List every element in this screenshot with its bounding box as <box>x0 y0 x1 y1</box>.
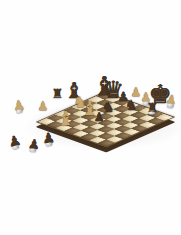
dark-rook: ♜ <box>51 88 63 100</box>
light-bishop: ♝ <box>57 110 74 127</box>
bishop-glyph: ♝ <box>92 75 115 99</box>
knight-glyph: ♞ <box>102 101 115 114</box>
pawn-glyph: ♟ <box>41 131 55 145</box>
pawn-glyph: ♟ <box>27 138 40 151</box>
pawn-glyph: ♟ <box>165 94 178 107</box>
dark-rook: ♜ <box>146 102 158 115</box>
dark-pawn-off-board: ♟ <box>41 131 55 146</box>
light-pawn-off-board: ♟ <box>165 94 178 108</box>
dark-pawn: ♟ <box>117 91 129 103</box>
dark-pawn-off-board: ♟ <box>27 138 40 153</box>
pawn-glyph: ♟ <box>117 91 129 103</box>
rook-glyph: ♜ <box>146 102 158 114</box>
pawn-glyph: ♟ <box>12 99 25 112</box>
rook-glyph: ♜ <box>51 88 63 100</box>
metal-wobble-base <box>167 103 175 108</box>
dark-knight: ♞ <box>125 99 138 112</box>
pawn-glyph: ♟ <box>94 112 105 123</box>
bishop-glyph: ♝ <box>64 81 84 101</box>
knight-glyph: ♞ <box>125 99 138 112</box>
bishop-glyph: ♝ <box>81 100 98 117</box>
dark-bishop: ♝ <box>92 75 115 99</box>
light-pawn: ♟ <box>131 87 142 98</box>
pawn-glyph: ♟ <box>131 87 142 98</box>
light-knight: ♞ <box>73 96 86 110</box>
metal-wobble-base <box>30 148 37 152</box>
pawn-glyph: ♟ <box>38 101 49 112</box>
bishop-glyph: ♝ <box>57 110 74 127</box>
queen-glyph: ♛ <box>102 79 124 101</box>
dark-pawn-off-board: ♟ <box>7 134 22 151</box>
metal-wobble-base <box>45 142 52 146</box>
king-glyph: ♚ <box>148 83 171 107</box>
dark-queen: ♛ <box>102 79 124 101</box>
product-photo: ♜♝♝♛♟♞♟♟♝♞♞♝♟♟♚♜♟♟♟♟♟ <box>0 0 181 235</box>
metal-wobble-base <box>16 109 23 113</box>
dark-king: ♚ <box>148 83 171 107</box>
metal-wobble-base <box>12 145 20 150</box>
pawn-glyph: ♟ <box>141 92 152 103</box>
light-pawn: ♟ <box>38 101 49 112</box>
light-bishop: ♝ <box>81 100 98 117</box>
pieces-layer: ♜♝♝♛♟♞♟♟♝♞♞♝♟♟♚♜♟♟♟♟♟ <box>0 0 181 235</box>
dark-bishop: ♝ <box>64 81 84 101</box>
knight-glyph: ♞ <box>73 96 86 110</box>
metal-wobble-base <box>149 112 156 116</box>
dark-knight: ♞ <box>102 101 115 114</box>
light-pawn: ♟ <box>141 92 152 105</box>
metal-wobble-base <box>142 102 149 106</box>
pawn-glyph: ♟ <box>7 134 22 149</box>
light-pawn-off-board: ♟ <box>12 99 25 114</box>
dark-pawn: ♟ <box>94 112 105 123</box>
